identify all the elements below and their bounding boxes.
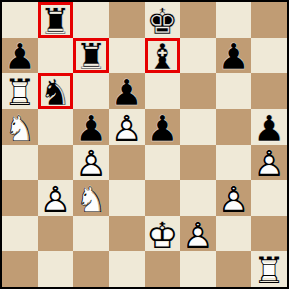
square-g7[interactable]: ♟ <box>216 38 252 74</box>
white-knight-piece[interactable]: ♘ <box>73 182 109 218</box>
black-rook-piece[interactable]: ♜ <box>38 4 74 40</box>
square-b2[interactable] <box>38 216 74 252</box>
square-d7[interactable] <box>109 38 145 74</box>
square-a7[interactable]: ♟ <box>2 38 38 74</box>
square-d4[interactable] <box>109 145 145 181</box>
black-pawn-piece[interactable]: ♟ <box>73 111 109 147</box>
square-c7[interactable]: ♜ <box>73 38 109 74</box>
white-pawn-piece[interactable]: ♙ <box>38 182 74 218</box>
black-rook-piece[interactable]: ♜ <box>73 40 109 76</box>
white-rook-piece[interactable]: ♖ <box>251 253 287 289</box>
square-g8[interactable] <box>216 2 252 38</box>
black-pawn-piece[interactable]: ♟ <box>251 111 287 147</box>
square-a4[interactable] <box>2 145 38 181</box>
square-d2[interactable] <box>109 216 145 252</box>
square-d1[interactable] <box>109 251 145 287</box>
square-f7[interactable] <box>180 38 216 74</box>
square-c5[interactable]: ♟ <box>73 109 109 145</box>
square-b8[interactable]: ♜ <box>38 2 74 38</box>
square-h5[interactable]: ♟ <box>251 109 287 145</box>
white-pawn-fill: ♟ <box>180 218 216 254</box>
white-pawn-piece[interactable]: ♙ <box>216 182 252 218</box>
white-rook-piece[interactable]: ♖ <box>2 75 38 111</box>
square-d3[interactable] <box>109 180 145 216</box>
square-c8[interactable] <box>73 2 109 38</box>
white-knight-fill: ♞ <box>73 182 109 218</box>
square-b1[interactable] <box>38 251 74 287</box>
black-king-piece[interactable]: ♚ <box>145 4 181 40</box>
square-f8[interactable] <box>180 2 216 38</box>
square-d5[interactable]: ♟♙ <box>109 109 145 145</box>
black-pawn-piece[interactable]: ♟ <box>216 40 252 76</box>
white-pawn-fill: ♟ <box>73 147 109 183</box>
white-king-piece[interactable]: ♔ <box>145 218 181 254</box>
square-b6[interactable]: ♞ <box>38 73 74 109</box>
white-pawn-fill: ♟ <box>38 182 74 218</box>
square-h4[interactable]: ♟♙ <box>251 145 287 181</box>
white-pawn-piece[interactable]: ♙ <box>180 218 216 254</box>
square-g3[interactable]: ♟♙ <box>216 180 252 216</box>
white-pawn-fill: ♟ <box>251 147 287 183</box>
black-pawn-piece[interactable]: ♟ <box>145 111 181 147</box>
square-f5[interactable] <box>180 109 216 145</box>
square-e4[interactable] <box>145 145 181 181</box>
black-bishop-piece[interactable]: ♝ <box>145 40 181 76</box>
square-g1[interactable] <box>216 251 252 287</box>
square-a2[interactable] <box>2 216 38 252</box>
white-knight-piece[interactable]: ♘ <box>2 111 38 147</box>
white-rook-fill: ♜ <box>2 75 38 111</box>
black-pawn-piece[interactable]: ♟ <box>2 40 38 76</box>
square-e7[interactable]: ♝ <box>145 38 181 74</box>
square-h7[interactable] <box>251 38 287 74</box>
white-pawn-fill: ♟ <box>109 111 145 147</box>
square-h3[interactable] <box>251 180 287 216</box>
square-b4[interactable] <box>38 145 74 181</box>
square-f1[interactable] <box>180 251 216 287</box>
square-a8[interactable] <box>2 2 38 38</box>
black-knight-piece[interactable]: ♞ <box>38 75 74 111</box>
square-h6[interactable] <box>251 73 287 109</box>
square-h2[interactable] <box>251 216 287 252</box>
square-e2[interactable]: ♚♔ <box>145 216 181 252</box>
square-g4[interactable] <box>216 145 252 181</box>
square-a6[interactable]: ♜♖ <box>2 73 38 109</box>
square-a1[interactable] <box>2 251 38 287</box>
white-knight-fill: ♞ <box>2 111 38 147</box>
square-e8[interactable]: ♚ <box>145 2 181 38</box>
square-h8[interactable] <box>251 2 287 38</box>
square-g6[interactable] <box>216 73 252 109</box>
square-c3[interactable]: ♞♘ <box>73 180 109 216</box>
white-pawn-fill: ♟ <box>216 182 252 218</box>
square-e5[interactable]: ♟ <box>145 109 181 145</box>
white-pawn-piece[interactable]: ♙ <box>109 111 145 147</box>
square-c1[interactable] <box>73 251 109 287</box>
square-f3[interactable] <box>180 180 216 216</box>
square-f2[interactable]: ♟♙ <box>180 216 216 252</box>
white-king-fill: ♚ <box>145 218 181 254</box>
square-g2[interactable] <box>216 216 252 252</box>
square-d8[interactable] <box>109 2 145 38</box>
white-pawn-piece[interactable]: ♙ <box>73 147 109 183</box>
square-e3[interactable] <box>145 180 181 216</box>
square-e6[interactable] <box>145 73 181 109</box>
chess-board: ♜♚♟♜♝♟♜♖♞♟♞♘♟♟♙♟♟♟♙♟♙♟♙♞♘♟♙♚♔♟♙♜♖ <box>0 0 289 289</box>
square-e1[interactable] <box>145 251 181 287</box>
square-f6[interactable] <box>180 73 216 109</box>
black-pawn-piece[interactable]: ♟ <box>109 75 145 111</box>
square-b3[interactable]: ♟♙ <box>38 180 74 216</box>
square-c6[interactable] <box>73 73 109 109</box>
white-rook-fill: ♜ <box>251 253 287 289</box>
white-pawn-piece[interactable]: ♙ <box>251 147 287 183</box>
square-g5[interactable] <box>216 109 252 145</box>
square-h1[interactable]: ♜♖ <box>251 251 287 287</box>
square-d6[interactable]: ♟ <box>109 73 145 109</box>
square-f4[interactable] <box>180 145 216 181</box>
square-b5[interactable] <box>38 109 74 145</box>
square-c4[interactable]: ♟♙ <box>73 145 109 181</box>
square-a5[interactable]: ♞♘ <box>2 109 38 145</box>
square-a3[interactable] <box>2 180 38 216</box>
square-c2[interactable] <box>73 216 109 252</box>
square-b7[interactable] <box>38 38 74 74</box>
